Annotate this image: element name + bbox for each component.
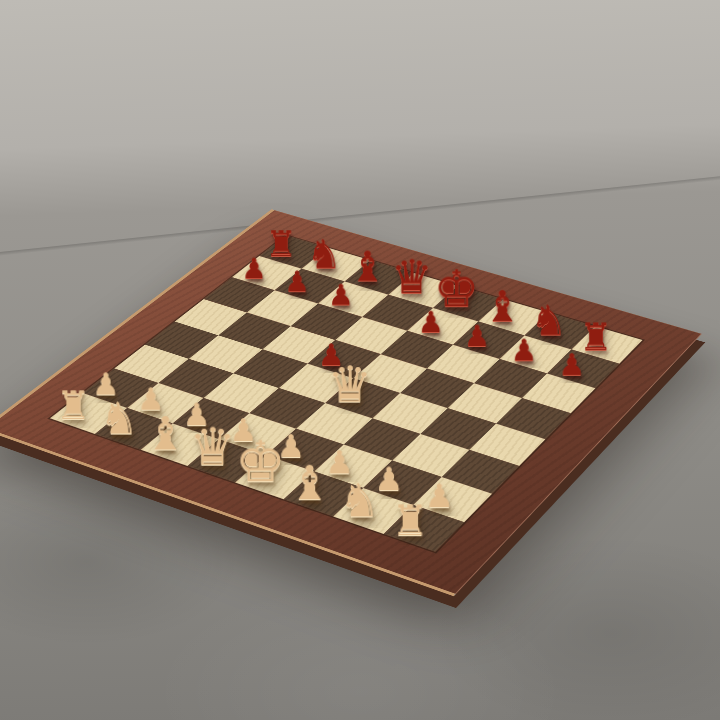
natural-queen-e4: ♛ bbox=[327, 360, 372, 410]
red-bishop-c8: ♝ bbox=[349, 246, 386, 287]
natural-king-e1: ♚ bbox=[235, 433, 286, 490]
red-pawn-b7: ♟ bbox=[285, 268, 311, 296]
natural-rook-a1: ♜ bbox=[56, 386, 91, 425]
red-knight-b8: ♞ bbox=[307, 235, 342, 274]
square-f5 bbox=[400, 369, 474, 409]
natural-bishop-c1: ♝ bbox=[145, 411, 186, 457]
red-pawn-a7: ♟ bbox=[242, 255, 267, 283]
red-pawn-c7: ♟ bbox=[328, 281, 354, 310]
red-pawn-g7: ♟ bbox=[511, 335, 538, 365]
natural-rook-h1: ♜ bbox=[392, 500, 429, 542]
red-pawn-e7: ♟ bbox=[418, 308, 444, 337]
red-pawn-h7: ♟ bbox=[559, 350, 586, 380]
natural-knight-g1: ♞ bbox=[339, 478, 380, 524]
red-pawn-f7: ♟ bbox=[464, 321, 490, 350]
natural-knight-b1: ♞ bbox=[100, 397, 139, 441]
natural-bishop-f1: ♝ bbox=[288, 459, 331, 506]
natural-pawn-h2: ♟ bbox=[425, 480, 454, 512]
red-rook-a8: ♜ bbox=[266, 226, 298, 261]
natural-queen-d1: ♛ bbox=[189, 421, 235, 473]
red-queen-d8: ♛ bbox=[391, 254, 433, 301]
